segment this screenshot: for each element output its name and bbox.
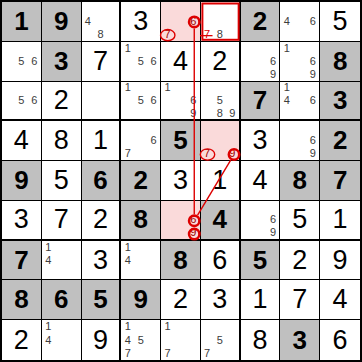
cell-r3c1[interactable]: 56 xyxy=(2,82,42,122)
cell-r8c3[interactable]: 5 xyxy=(82,280,122,320)
cell-r4c8[interactable]: 69 xyxy=(280,121,320,161)
candidate-1: 1 xyxy=(280,42,293,55)
cell-r3c7[interactable]: 7 xyxy=(241,82,281,122)
candidate-9: 9 xyxy=(226,147,239,160)
cell-r4c1[interactable]: 4 xyxy=(2,121,42,161)
candidate-9: 9 xyxy=(306,147,319,160)
cell-r5c5[interactable]: 3 xyxy=(161,161,201,201)
candidate-9: 9 xyxy=(267,68,280,81)
candidate-4: 4 xyxy=(280,94,293,107)
cell-r6c8[interactable]: 5 xyxy=(280,201,320,241)
candidate-8: 8 xyxy=(213,28,226,41)
candidate-4: 4 xyxy=(280,15,293,28)
cell-r8c5[interactable]: 2 xyxy=(161,280,201,320)
cell-value: 5 xyxy=(280,201,319,239)
cell-r9c4[interactable]: 1457 xyxy=(121,320,161,360)
candidate-grid xyxy=(82,82,120,120)
candidate-1: 1 xyxy=(121,42,134,55)
candidate-9: 9 xyxy=(187,226,200,239)
candidate-5: 5 xyxy=(134,94,147,107)
cell-r7c1[interactable]: 7 xyxy=(2,241,42,281)
candidate-1: 1 xyxy=(42,320,55,333)
cell-r6c5[interactable]: 69 xyxy=(161,201,201,241)
cell-r5c8[interactable]: 8 xyxy=(280,161,320,201)
candidate-4: 4 xyxy=(42,254,55,267)
cell-r2c8[interactable]: 169 xyxy=(280,42,320,82)
candidate-6: 6 xyxy=(306,55,319,68)
candidate-9: 9 xyxy=(226,107,239,120)
cell-value: 3 xyxy=(241,121,280,160)
cell-value: 3 xyxy=(320,82,360,120)
cell-r8c2[interactable]: 6 xyxy=(42,280,82,320)
cell-r1c1[interactable]: 1 xyxy=(2,2,42,42)
cell-r1c5[interactable]: 67 xyxy=(161,2,201,42)
cell-value: 7 xyxy=(2,241,41,280)
cell-r6c2[interactable]: 7 xyxy=(42,201,82,241)
cell-r5c9[interactable]: 7 xyxy=(320,161,360,201)
candidate-grid: 57 xyxy=(201,320,239,360)
cell-r7c2[interactable]: 14 xyxy=(42,241,82,281)
cell-r1c9[interactable]: 5 xyxy=(320,2,360,42)
cell-r8c1[interactable]: 8 xyxy=(2,280,42,320)
candidate-6: 6 xyxy=(28,94,41,107)
candidate-grid: 56 xyxy=(2,42,41,81)
cell-value: 8 xyxy=(320,42,360,81)
candidate-7: 7 xyxy=(161,28,174,41)
candidate-grid: 156 xyxy=(121,82,160,120)
cell-r2c9[interactable]: 8 xyxy=(320,42,360,82)
candidate-9: 9 xyxy=(267,226,280,239)
cell-value: 8 xyxy=(241,320,280,360)
cell-value: 9 xyxy=(320,241,360,280)
cell-value: 9 xyxy=(121,280,160,319)
candidate-6: 6 xyxy=(147,134,160,147)
candidate-5: 5 xyxy=(213,94,226,107)
cell-r3c8[interactable]: 146 xyxy=(280,82,320,122)
cell-r3c2[interactable]: 2 xyxy=(42,82,82,122)
cell-r6c1[interactable]: 3 xyxy=(2,201,42,241)
cell-value: 2 xyxy=(280,241,319,280)
cell-value: 3 xyxy=(121,2,160,41)
cell-value: 2 xyxy=(161,280,200,319)
cell-r6c9[interactable]: 1 xyxy=(320,201,360,241)
cell-r9c2[interactable]: 14 xyxy=(42,320,82,360)
candidate-grid: 56 xyxy=(2,82,41,120)
cell-value: 7 xyxy=(320,161,360,200)
cell-value: 8 xyxy=(161,241,200,280)
candidate-grid: 78 xyxy=(201,2,239,41)
candidate-1: 1 xyxy=(42,241,55,254)
cell-value: 4 xyxy=(241,161,280,200)
cell-value: 1 xyxy=(320,201,360,239)
cell-value: 1 xyxy=(241,280,280,319)
cell-value: 4 xyxy=(320,280,360,319)
candidate-5: 5 xyxy=(213,333,226,346)
candidate-grid: 17 xyxy=(161,320,200,360)
candidate-grid: 69 xyxy=(161,201,200,239)
cell-value: 7 xyxy=(42,201,81,239)
cell-r1c7[interactable]: 2 xyxy=(241,2,281,42)
cell-r2c6[interactable]: 2 xyxy=(201,42,241,82)
candidate-7: 7 xyxy=(121,347,134,360)
candidate-grid: 48 xyxy=(82,2,120,41)
cell-r2c5[interactable]: 4 xyxy=(161,42,201,82)
candidate-6: 6 xyxy=(147,55,160,68)
cell-value: 5 xyxy=(320,2,360,41)
cell-r7c9[interactable]: 9 xyxy=(320,241,360,281)
cell-r8c9[interactable]: 4 xyxy=(320,280,360,320)
cell-value: 3 xyxy=(280,320,319,360)
cell-r2c2[interactable]: 3 xyxy=(42,42,82,82)
candidate-6: 6 xyxy=(147,94,160,107)
candidate-5: 5 xyxy=(134,333,147,346)
cell-value: 1 xyxy=(2,2,41,41)
candidate-6: 6 xyxy=(267,213,280,226)
cell-r9c5[interactable]: 17 xyxy=(161,320,201,360)
cell-value: 2 xyxy=(201,42,239,81)
candidate-grid: 67 xyxy=(121,121,160,160)
candidate-4: 4 xyxy=(42,333,55,346)
cell-value: 6 xyxy=(82,161,120,200)
cell-value: 5 xyxy=(241,241,280,280)
candidate-1: 1 xyxy=(161,82,174,95)
cell-r4c7[interactable]: 3 xyxy=(241,121,281,161)
candidate-grid: 589 xyxy=(201,82,239,120)
cell-value: 3 xyxy=(161,161,200,200)
cell-value: 5 xyxy=(161,121,200,160)
cell-r1c4[interactable]: 3 xyxy=(121,2,161,42)
cell-r2c3[interactable]: 7 xyxy=(82,42,122,82)
cell-value: 2 xyxy=(42,82,81,120)
cell-r3c5[interactable]: 169 xyxy=(161,82,201,122)
candidate-grid: 14 xyxy=(42,241,81,280)
cell-value: 2 xyxy=(241,2,280,41)
cell-r3c3[interactable] xyxy=(82,82,122,122)
candidate-grid: 14 xyxy=(42,320,81,360)
candidate-9: 9 xyxy=(306,68,319,81)
cell-value: 3 xyxy=(201,280,239,319)
candidate-1: 1 xyxy=(121,82,134,95)
candidate-grid: 79 xyxy=(201,121,239,160)
cell-value: 1 xyxy=(82,121,120,160)
cell-value: 2 xyxy=(2,320,41,360)
candidate-6: 6 xyxy=(28,55,41,68)
cell-r4c4[interactable]: 67 xyxy=(121,121,161,161)
cell-r7c3[interactable]: 3 xyxy=(82,241,122,281)
cell-r3c9[interactable]: 3 xyxy=(320,82,360,122)
cell-r1c3[interactable]: 48 xyxy=(82,2,122,42)
cell-value: 8 xyxy=(121,201,160,239)
candidate-7: 7 xyxy=(161,347,174,360)
cell-r4c6[interactable]: 79 xyxy=(201,121,241,161)
candidate-1: 1 xyxy=(280,82,293,95)
sudoku-board: 1948367782465563715642691698562156169589… xyxy=(0,0,362,362)
candidate-9: 9 xyxy=(187,107,200,120)
cell-r2c1[interactable]: 56 xyxy=(2,42,42,82)
candidate-8: 8 xyxy=(213,107,226,120)
candidate-grid: 69 xyxy=(280,121,319,160)
cell-r7c5[interactable]: 8 xyxy=(161,241,201,281)
cell-r9c9[interactable]: 6 xyxy=(320,320,360,360)
cell-r4c2[interactable]: 8 xyxy=(42,121,82,161)
cell-value: 9 xyxy=(42,2,81,41)
cell-value: 9 xyxy=(2,161,41,200)
cell-value: 6 xyxy=(42,280,81,319)
cell-r3c4[interactable]: 156 xyxy=(121,82,161,122)
candidate-6: 6 xyxy=(267,55,280,68)
cell-value: 5 xyxy=(82,280,120,319)
candidate-6: 6 xyxy=(306,15,319,28)
cell-value: 7 xyxy=(280,280,319,319)
candidate-1: 1 xyxy=(121,320,134,333)
candidate-grid: 146 xyxy=(280,82,319,120)
cell-r2c4[interactable]: 156 xyxy=(121,42,161,82)
candidate-4: 4 xyxy=(82,15,95,28)
candidate-grid: 69 xyxy=(241,42,280,81)
candidate-1: 1 xyxy=(121,241,134,254)
cell-r1c6[interactable]: 78 xyxy=(201,2,241,42)
cell-value: 8 xyxy=(280,161,319,200)
candidate-grid: 46 xyxy=(280,2,319,41)
cell-r1c2[interactable]: 9 xyxy=(42,2,82,42)
candidate-7: 7 xyxy=(201,28,214,41)
cell-value: 4 xyxy=(2,121,41,160)
cell-value: 7 xyxy=(241,82,280,120)
candidate-7: 7 xyxy=(201,347,214,360)
cell-r9c1[interactable]: 2 xyxy=(2,320,42,360)
candidate-4: 4 xyxy=(121,254,134,267)
cell-r9c6[interactable]: 57 xyxy=(201,320,241,360)
cell-value: 6 xyxy=(201,241,239,280)
cell-r5c7[interactable]: 4 xyxy=(241,161,281,201)
cell-r3c6[interactable]: 589 xyxy=(201,82,241,122)
candidate-5: 5 xyxy=(15,94,28,107)
cell-r8c4[interactable]: 9 xyxy=(121,280,161,320)
cell-value: 2 xyxy=(82,201,120,239)
cell-r6c7[interactable]: 69 xyxy=(241,201,281,241)
cell-r4c9[interactable]: 2 xyxy=(320,121,360,161)
cell-r7c8[interactable]: 2 xyxy=(280,241,320,281)
cell-value: 2 xyxy=(121,161,160,200)
cell-value: 1 xyxy=(201,161,239,200)
candidate-grid: 169 xyxy=(280,42,319,81)
cell-r5c1[interactable]: 9 xyxy=(2,161,42,201)
cell-r7c4[interactable]: 14 xyxy=(121,241,161,281)
cell-value: 3 xyxy=(42,42,81,81)
cell-value: 3 xyxy=(82,241,120,280)
candidate-6: 6 xyxy=(306,134,319,147)
cell-r6c6[interactable]: 4 xyxy=(201,201,241,241)
candidate-grid: 1457 xyxy=(121,320,160,360)
cell-r5c6[interactable]: 1 xyxy=(201,161,241,201)
cell-value: 5 xyxy=(42,161,81,200)
cell-r9c3[interactable]: 9 xyxy=(82,320,122,360)
candidate-grid: 69 xyxy=(241,201,280,239)
cell-value: 8 xyxy=(2,280,41,319)
cell-r4c5[interactable]: 5 xyxy=(161,121,201,161)
cell-r5c4[interactable]: 2 xyxy=(121,161,161,201)
candidate-8: 8 xyxy=(94,28,107,41)
candidate-4: 4 xyxy=(121,333,134,346)
candidate-7: 7 xyxy=(121,147,134,160)
cell-value: 9 xyxy=(82,320,120,360)
cell-value: 7 xyxy=(82,42,120,81)
cell-r4c3[interactable]: 1 xyxy=(82,121,122,161)
candidate-6: 6 xyxy=(187,94,200,107)
cell-r6c4[interactable]: 8 xyxy=(121,201,161,241)
cell-r7c6[interactable]: 6 xyxy=(201,241,241,281)
cell-r7c7[interactable]: 5 xyxy=(241,241,281,281)
candidate-grid: 14 xyxy=(121,241,160,280)
candidate-grid: 156 xyxy=(121,42,160,81)
candidate-5: 5 xyxy=(134,55,147,68)
cell-value: 4 xyxy=(201,201,239,239)
cell-r9c8[interactable]: 3 xyxy=(280,320,320,360)
cell-r5c2[interactable]: 5 xyxy=(42,161,82,201)
cell-r8c6[interactable]: 3 xyxy=(201,280,241,320)
candidate-1: 1 xyxy=(161,320,174,333)
cell-value: 8 xyxy=(42,121,81,160)
cell-value: 2 xyxy=(320,121,360,160)
candidate-6: 6 xyxy=(187,15,200,28)
cell-r5c3[interactable]: 6 xyxy=(82,161,122,201)
candidate-5: 5 xyxy=(15,55,28,68)
cell-value: 3 xyxy=(2,201,41,239)
cell-value: 6 xyxy=(320,320,360,360)
cell-r8c7[interactable]: 1 xyxy=(241,280,281,320)
candidate-7: 7 xyxy=(201,147,214,160)
candidate-grid: 67 xyxy=(161,2,200,41)
candidate-6: 6 xyxy=(187,213,200,226)
cell-r1c8[interactable]: 46 xyxy=(280,2,320,42)
cell-r2c7[interactable]: 69 xyxy=(241,42,281,82)
cell-r8c8[interactable]: 7 xyxy=(280,280,320,320)
cell-r9c7[interactable]: 8 xyxy=(241,320,281,360)
candidate-6: 6 xyxy=(306,94,319,107)
cell-r6c3[interactable]: 2 xyxy=(82,201,122,241)
candidate-grid: 169 xyxy=(161,82,200,120)
cell-value: 4 xyxy=(161,42,200,81)
